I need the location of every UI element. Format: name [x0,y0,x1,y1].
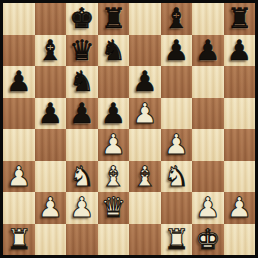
black-pawn[interactable]: ♟ [195,35,220,67]
square-c7[interactable]: ♛ [66,35,98,67]
white-pawn[interactable]: ♟ [101,129,126,161]
square-h3[interactable] [224,161,256,193]
black-knight[interactable]: ♞ [69,66,94,98]
white-rook[interactable]: ♜ [6,224,31,256]
square-a6[interactable]: ♟ [3,66,35,98]
square-g7[interactable]: ♟ [192,35,224,67]
white-pawn[interactable]: ♟ [69,192,94,224]
white-rook[interactable]: ♜ [164,224,189,256]
black-pawn[interactable]: ♟ [101,98,126,130]
square-d2[interactable]: ♛ [98,192,130,224]
square-f6[interactable] [161,66,193,98]
square-b8[interactable] [35,3,67,35]
square-g2[interactable]: ♟ [192,192,224,224]
black-pawn[interactable]: ♟ [227,35,252,67]
square-c6[interactable]: ♞ [66,66,98,98]
square-f2[interactable] [161,192,193,224]
square-g3[interactable] [192,161,224,193]
square-c2[interactable]: ♟ [66,192,98,224]
square-a8[interactable] [3,3,35,35]
square-c8[interactable]: ♚ [66,3,98,35]
square-e6[interactable]: ♟ [129,66,161,98]
square-g8[interactable] [192,3,224,35]
square-e2[interactable] [129,192,161,224]
square-c4[interactable] [66,129,98,161]
square-d5[interactable]: ♟ [98,98,130,130]
square-b7[interactable]: ♝ [35,35,67,67]
black-bishop[interactable]: ♝ [164,3,189,35]
black-bishop[interactable]: ♝ [38,35,63,67]
square-h8[interactable]: ♜ [224,3,256,35]
square-b5[interactable]: ♟ [35,98,67,130]
square-g1[interactable]: ♚ [192,224,224,256]
square-h5[interactable] [224,98,256,130]
square-a2[interactable] [3,192,35,224]
white-bishop[interactable]: ♝ [132,161,157,193]
square-a4[interactable] [3,129,35,161]
square-e7[interactable] [129,35,161,67]
square-f1[interactable]: ♜ [161,224,193,256]
square-f3[interactable]: ♞ [161,161,193,193]
white-bishop[interactable]: ♝ [101,161,126,193]
square-e4[interactable] [129,129,161,161]
square-b6[interactable] [35,66,67,98]
square-b1[interactable] [35,224,67,256]
white-knight[interactable]: ♞ [164,161,189,193]
square-f4[interactable]: ♟ [161,129,193,161]
black-rook[interactable]: ♜ [227,3,252,35]
square-g6[interactable] [192,66,224,98]
square-h4[interactable] [224,129,256,161]
black-pawn[interactable]: ♟ [69,98,94,130]
square-h2[interactable]: ♟ [224,192,256,224]
white-pawn[interactable]: ♟ [6,161,31,193]
white-queen[interactable]: ♛ [101,192,126,224]
chess-board: ♚♜♝♜♝♛♞♟♟♟♟♞♟♟♟♟♟♟♟♟♞♝♝♞♟♟♛♟♟♜♜♚ [0,0,258,258]
square-d3[interactable]: ♝ [98,161,130,193]
black-knight[interactable]: ♞ [101,35,126,67]
square-g4[interactable] [192,129,224,161]
square-b3[interactable] [35,161,67,193]
square-f8[interactable]: ♝ [161,3,193,35]
white-pawn[interactable]: ♟ [38,192,63,224]
square-c3[interactable]: ♞ [66,161,98,193]
square-d6[interactable] [98,66,130,98]
square-d7[interactable]: ♞ [98,35,130,67]
white-pawn[interactable]: ♟ [227,192,252,224]
square-d4[interactable]: ♟ [98,129,130,161]
square-a5[interactable] [3,98,35,130]
black-pawn[interactable]: ♟ [38,98,63,130]
white-pawn[interactable]: ♟ [195,192,220,224]
black-rook[interactable]: ♜ [101,3,126,35]
square-a3[interactable]: ♟ [3,161,35,193]
square-e8[interactable] [129,3,161,35]
black-pawn[interactable]: ♟ [6,66,31,98]
square-b4[interactable] [35,129,67,161]
board-grid: ♚♜♝♜♝♛♞♟♟♟♟♞♟♟♟♟♟♟♟♟♞♝♝♞♟♟♛♟♟♜♜♚ [3,3,255,255]
square-f5[interactable] [161,98,193,130]
black-pawn[interactable]: ♟ [164,35,189,67]
square-c5[interactable]: ♟ [66,98,98,130]
square-h7[interactable]: ♟ [224,35,256,67]
black-pawn[interactable]: ♟ [132,66,157,98]
square-e3[interactable]: ♝ [129,161,161,193]
square-c1[interactable] [66,224,98,256]
square-a1[interactable]: ♜ [3,224,35,256]
white-pawn[interactable]: ♟ [164,129,189,161]
square-b2[interactable]: ♟ [35,192,67,224]
square-e1[interactable] [129,224,161,256]
black-queen[interactable]: ♛ [69,35,94,67]
white-king[interactable]: ♚ [195,224,220,256]
square-d1[interactable] [98,224,130,256]
square-f7[interactable]: ♟ [161,35,193,67]
white-knight[interactable]: ♞ [69,161,94,193]
black-king[interactable]: ♚ [69,3,94,35]
square-h6[interactable] [224,66,256,98]
square-h1[interactable] [224,224,256,256]
white-pawn[interactable]: ♟ [132,98,157,130]
square-a7[interactable] [3,35,35,67]
square-e5[interactable]: ♟ [129,98,161,130]
square-g5[interactable] [192,98,224,130]
square-d8[interactable]: ♜ [98,3,130,35]
